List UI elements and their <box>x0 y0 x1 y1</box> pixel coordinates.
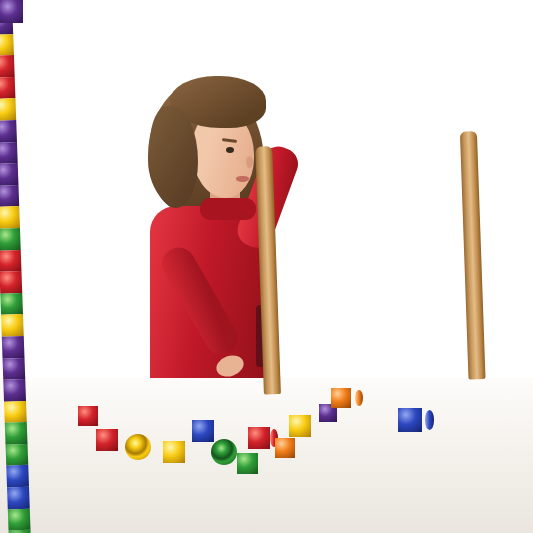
board-ball-r1c10-purple[interactable] <box>0 163 18 185</box>
piece-shadow <box>0 85 22 92</box>
piece-shadow <box>0 52 25 60</box>
board-ball-r2c8-yellow[interactable] <box>1 314 23 336</box>
board-ball-r2c10-purple[interactable] <box>3 357 25 379</box>
board-ball-r1c8-purple[interactable] <box>0 120 17 142</box>
loose-piece-4-ball-yellow[interactable] <box>163 441 185 463</box>
piece-shadow <box>0 69 24 77</box>
board-ball-r2c2-purple[interactable] <box>0 185 19 207</box>
board-ball-r2c7-green[interactable] <box>0 293 22 315</box>
board-ball-r3c4-green[interactable] <box>6 444 28 466</box>
board-ball-r2c5-red[interactable] <box>0 250 21 272</box>
board-ball-r3c2-yellow[interactable] <box>4 401 26 423</box>
loose-piece-1-ball-red[interactable] <box>78 406 98 426</box>
loose-piece-10-ball-yellow[interactable] <box>289 415 311 437</box>
board-ball-r2c3-yellow[interactable] <box>0 206 20 228</box>
piece-shadow <box>0 92 38 100</box>
piece-shadow <box>0 34 26 42</box>
board-ball-r2c4-green[interactable] <box>0 228 20 250</box>
piece-shadow <box>0 99 43 108</box>
peg-board <box>0 0 533 533</box>
loose-piece-8-spool-side-red[interactable] <box>248 427 278 449</box>
board-ball-r2c9-purple[interactable] <box>2 336 24 358</box>
loose-piece-2-ball-red[interactable] <box>96 429 118 451</box>
board-ball-r1c9-purple[interactable] <box>0 142 17 164</box>
loose-piece-7-ball-green[interactable] <box>237 453 258 474</box>
loose-piece-5-ball-blue[interactable] <box>192 420 214 442</box>
piece-shadow <box>0 60 36 68</box>
loose-piece-9-ball-orange[interactable] <box>275 438 295 458</box>
piece-shadow <box>0 26 26 34</box>
loose-piece-12-spool-side-orange[interactable] <box>331 388 363 408</box>
board-ball-r3c7-green[interactable] <box>8 509 30 531</box>
board-ball-r3c1-purple[interactable] <box>3 379 25 401</box>
board-ball-r3c6-blue[interactable] <box>7 487 29 509</box>
board-ball-r2c6-red[interactable] <box>0 271 22 293</box>
photo-scene <box>0 0 533 533</box>
piece-shadow <box>0 43 31 53</box>
loose-piece-13-spool-side-blue[interactable] <box>398 408 434 432</box>
board-ball-r3c5-blue[interactable] <box>6 465 28 487</box>
held-ball-purple[interactable] <box>0 0 23 23</box>
loose-piece-3-spool-top-yellow[interactable] <box>125 434 151 460</box>
loose-piece-6-spool-top-green[interactable] <box>211 439 237 465</box>
board-ball-r3c3-green[interactable] <box>5 422 27 444</box>
piece-shadow <box>0 76 26 84</box>
